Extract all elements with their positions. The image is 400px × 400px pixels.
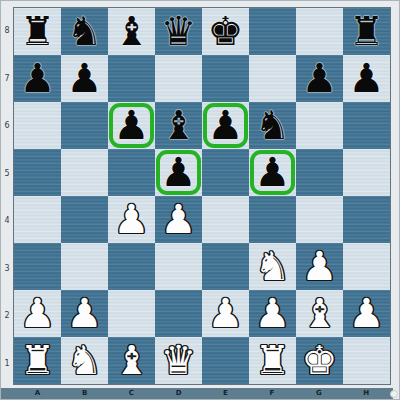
square-e7[interactable]: [202, 55, 249, 102]
chess-board: ♜♞♝♛♚♜♟♟♟♟♟♝♟♞♟♟♟♟♞♟♟♟♟♟♝♟♜♞♝♛♜♚: [13, 7, 391, 385]
square-a1[interactable]: ♜: [14, 337, 61, 384]
square-b2[interactable]: ♟: [61, 290, 108, 337]
black-knight-icon[interactable]: ♞: [255, 102, 291, 149]
file-label-c: C: [108, 388, 155, 399]
file-label-g: G: [295, 388, 342, 399]
square-b4[interactable]: [61, 196, 108, 243]
white-rook-icon[interactable]: ♜: [255, 337, 291, 384]
square-a8[interactable]: ♜: [14, 8, 61, 55]
square-h8[interactable]: ♜: [343, 8, 390, 55]
square-h4[interactable]: [343, 196, 390, 243]
square-e1[interactable]: [202, 337, 249, 384]
square-g8[interactable]: [296, 8, 343, 55]
square-e6[interactable]: ♟: [202, 102, 249, 149]
square-h7[interactable]: ♟: [343, 55, 390, 102]
square-g4[interactable]: [296, 196, 343, 243]
rank-label-3: 3: [1, 245, 13, 293]
square-d7[interactable]: [155, 55, 202, 102]
square-a4[interactable]: [14, 196, 61, 243]
square-a3[interactable]: [14, 243, 61, 290]
square-d2[interactable]: [155, 290, 202, 337]
rank-label-7: 7: [1, 55, 13, 103]
square-h5[interactable]: [343, 149, 390, 196]
black-pawn-icon[interactable]: ♟: [67, 55, 103, 102]
square-f2[interactable]: ♟: [249, 290, 296, 337]
square-d6[interactable]: ♝: [155, 102, 202, 149]
rank-label-2: 2: [1, 292, 13, 340]
file-labels: ABCDEFGH: [14, 388, 390, 399]
square-g1[interactable]: ♚: [296, 337, 343, 384]
black-knight-icon[interactable]: ♞: [67, 8, 103, 55]
square-c4[interactable]: ♟: [108, 196, 155, 243]
square-b8[interactable]: ♞: [61, 8, 108, 55]
square-d5[interactable]: ♟: [155, 149, 202, 196]
white-queen-icon[interactable]: ♛: [161, 337, 197, 384]
rank-label-8: 8: [1, 7, 13, 55]
chessboard-app: 87654321 ♜♞♝♛♚♜♟♟♟♟♟♝♟♞♟♟♟♟♞♟♟♟♟♟♝♟♜♞♝♛♜…: [0, 0, 400, 400]
file-labels-strip: ABCDEFGH: [1, 387, 393, 400]
white-pawn-icon[interactable]: ♟: [255, 290, 291, 337]
square-b7[interactable]: ♟: [61, 55, 108, 102]
file-label-a: A: [14, 388, 61, 399]
square-f3[interactable]: ♞: [249, 243, 296, 290]
rank-label-4: 4: [1, 197, 13, 245]
file-label-e: E: [202, 388, 248, 399]
white-pawn-icon[interactable]: ♟: [161, 196, 197, 243]
square-g2[interactable]: ♝: [296, 290, 343, 337]
black-bishop-icon[interactable]: ♝: [114, 8, 150, 55]
black-pawn-icon[interactable]: ♟: [161, 149, 197, 196]
white-knight-icon[interactable]: ♞: [255, 243, 291, 290]
white-bishop-icon[interactable]: ♝: [302, 290, 338, 337]
white-knight-icon[interactable]: ♞: [67, 337, 103, 384]
square-e2[interactable]: ♟: [202, 290, 249, 337]
square-e4[interactable]: [202, 196, 249, 243]
square-g3[interactable]: ♟: [296, 243, 343, 290]
rank-label-1: 1: [1, 340, 13, 388]
square-f4[interactable]: [249, 196, 296, 243]
rank-label-5: 5: [1, 150, 13, 198]
square-c1[interactable]: ♝: [108, 337, 155, 384]
square-g7[interactable]: ♟: [296, 55, 343, 102]
rank-labels: 87654321: [1, 7, 13, 387]
black-rook-icon[interactable]: ♜: [349, 8, 385, 55]
square-b5[interactable]: [61, 149, 108, 196]
file-label-d: D: [155, 388, 202, 399]
white-rook-icon[interactable]: ♜: [20, 337, 56, 384]
black-pawn-icon[interactable]: ♟: [302, 55, 338, 102]
white-pawn-icon[interactable]: ♟: [114, 196, 150, 243]
square-g6[interactable]: [296, 102, 343, 149]
white-pawn-icon[interactable]: ♟: [67, 290, 103, 337]
square-c6[interactable]: ♟: [108, 102, 155, 149]
white-pawn-icon[interactable]: ♟: [349, 290, 385, 337]
square-a7[interactable]: ♟: [14, 55, 61, 102]
square-c8[interactable]: ♝: [108, 8, 155, 55]
square-f7[interactable]: [249, 55, 296, 102]
square-c3[interactable]: [108, 243, 155, 290]
square-c7[interactable]: [108, 55, 155, 102]
white-pawn-icon[interactable]: ♟: [20, 290, 56, 337]
black-rook-icon[interactable]: ♜: [20, 8, 56, 55]
corner-dot: [390, 390, 398, 398]
square-c2[interactable]: [108, 290, 155, 337]
square-b3[interactable]: [61, 243, 108, 290]
black-queen-icon[interactable]: ♛: [161, 8, 197, 55]
square-f6[interactable]: ♞: [249, 102, 296, 149]
square-a6[interactable]: [14, 102, 61, 149]
rank-label-6: 6: [1, 102, 13, 150]
square-e3[interactable]: [202, 243, 249, 290]
black-pawn-icon[interactable]: ♟: [20, 55, 56, 102]
board-grid: ♜♞♝♛♚♜♟♟♟♟♟♝♟♞♟♟♟♟♞♟♟♟♟♟♝♟♜♞♝♛♜♚: [14, 8, 390, 384]
square-h1[interactable]: [343, 337, 390, 384]
square-h3[interactable]: [343, 243, 390, 290]
square-h6[interactable]: [343, 102, 390, 149]
white-bishop-icon[interactable]: ♝: [114, 337, 150, 384]
square-d3[interactable]: [155, 243, 202, 290]
black-pawn-icon[interactable]: ♟: [114, 102, 150, 149]
square-a5[interactable]: [14, 149, 61, 196]
black-pawn-icon[interactable]: ♟: [255, 149, 291, 196]
square-b6[interactable]: [61, 102, 108, 149]
square-f8[interactable]: [249, 8, 296, 55]
white-pawn-icon[interactable]: ♟: [208, 290, 244, 337]
square-d4[interactable]: ♟: [155, 196, 202, 243]
white-king-icon[interactable]: ♚: [302, 337, 338, 384]
square-d1[interactable]: ♛: [155, 337, 202, 384]
square-g5[interactable]: [296, 149, 343, 196]
black-king-icon[interactable]: ♚: [208, 8, 244, 55]
file-label-b: B: [61, 388, 108, 399]
black-pawn-icon[interactable]: ♟: [208, 102, 244, 149]
square-a2[interactable]: ♟: [14, 290, 61, 337]
square-e8[interactable]: ♚: [202, 8, 249, 55]
square-d8[interactable]: ♛: [155, 8, 202, 55]
square-b1[interactable]: ♞: [61, 337, 108, 384]
black-pawn-icon[interactable]: ♟: [349, 55, 385, 102]
file-label-f: F: [249, 388, 295, 399]
square-c5[interactable]: [108, 149, 155, 196]
black-bishop-icon[interactable]: ♝: [161, 102, 197, 149]
file-label-h: H: [343, 388, 391, 399]
square-f1[interactable]: ♜: [249, 337, 296, 384]
square-e5[interactable]: [202, 149, 249, 196]
square-f5[interactable]: ♟: [249, 149, 296, 196]
white-pawn-icon[interactable]: ♟: [302, 243, 338, 290]
square-h2[interactable]: ♟: [343, 290, 390, 337]
